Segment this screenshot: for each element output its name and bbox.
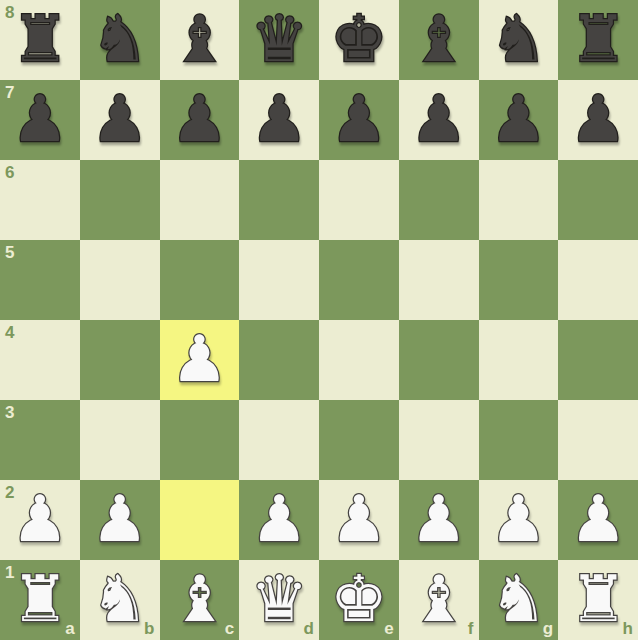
square-c4[interactable]: ♟ <box>160 320 240 400</box>
square-a7[interactable]: 7♟ <box>0 80 80 160</box>
square-d7[interactable]: ♟ <box>239 80 319 160</box>
square-d2[interactable]: ♟ <box>239 480 319 560</box>
piece-white-queen[interactable]: ♛ <box>250 567 307 631</box>
square-c2[interactable] <box>160 480 240 560</box>
square-f5[interactable] <box>399 240 479 320</box>
square-d4[interactable] <box>239 320 319 400</box>
square-d5[interactable] <box>239 240 319 320</box>
square-h6[interactable] <box>558 160 638 240</box>
square-e7[interactable]: ♟ <box>319 80 399 160</box>
square-f8[interactable]: ♝ <box>399 0 479 80</box>
square-b6[interactable] <box>80 160 160 240</box>
square-h1[interactable]: h♜ <box>558 560 638 640</box>
square-f6[interactable] <box>399 160 479 240</box>
square-g2[interactable]: ♟ <box>479 480 559 560</box>
square-c8[interactable]: ♝ <box>160 0 240 80</box>
piece-white-knight[interactable]: ♞ <box>91 567 148 631</box>
piece-white-pawn[interactable]: ♟ <box>410 487 467 551</box>
piece-black-pawn[interactable]: ♟ <box>11 87 68 151</box>
square-a1[interactable]: 1a♜ <box>0 560 80 640</box>
piece-white-rook[interactable]: ♜ <box>569 567 626 631</box>
piece-white-pawn[interactable]: ♟ <box>171 327 228 391</box>
piece-white-pawn[interactable]: ♟ <box>569 487 626 551</box>
piece-black-bishop[interactable]: ♝ <box>171 7 228 71</box>
rank-label-5: 5 <box>5 244 14 261</box>
square-a6[interactable]: 6 <box>0 160 80 240</box>
square-f4[interactable] <box>399 320 479 400</box>
piece-black-rook[interactable]: ♜ <box>11 7 68 71</box>
square-h8[interactable]: ♜ <box>558 0 638 80</box>
piece-white-bishop[interactable]: ♝ <box>171 567 228 631</box>
square-e5[interactable] <box>319 240 399 320</box>
square-e2[interactable]: ♟ <box>319 480 399 560</box>
piece-white-knight[interactable]: ♞ <box>490 567 547 631</box>
square-f1[interactable]: f♝ <box>399 560 479 640</box>
piece-white-rook[interactable]: ♜ <box>11 567 68 631</box>
piece-white-pawn[interactable]: ♟ <box>250 487 307 551</box>
square-b3[interactable] <box>80 400 160 480</box>
square-b4[interactable] <box>80 320 160 400</box>
square-h3[interactable] <box>558 400 638 480</box>
square-e3[interactable] <box>319 400 399 480</box>
piece-black-rook[interactable]: ♜ <box>569 7 626 71</box>
piece-black-knight[interactable]: ♞ <box>490 7 547 71</box>
piece-black-pawn[interactable]: ♟ <box>330 87 387 151</box>
square-d3[interactable] <box>239 400 319 480</box>
piece-black-pawn[interactable]: ♟ <box>490 87 547 151</box>
square-a8[interactable]: 8♜ <box>0 0 80 80</box>
file-label-f: f <box>468 620 474 637</box>
piece-black-pawn[interactable]: ♟ <box>410 87 467 151</box>
piece-white-pawn[interactable]: ♟ <box>490 487 547 551</box>
square-a3[interactable]: 3 <box>0 400 80 480</box>
rank-label-4: 4 <box>5 324 14 341</box>
square-e6[interactable] <box>319 160 399 240</box>
piece-black-pawn[interactable]: ♟ <box>171 87 228 151</box>
piece-white-king[interactable]: ♚ <box>330 567 387 631</box>
square-g8[interactable]: ♞ <box>479 0 559 80</box>
piece-white-pawn[interactable]: ♟ <box>11 487 68 551</box>
square-e8[interactable]: ♚ <box>319 0 399 80</box>
square-e4[interactable] <box>319 320 399 400</box>
square-d6[interactable] <box>239 160 319 240</box>
piece-black-pawn[interactable]: ♟ <box>91 87 148 151</box>
square-b2[interactable]: ♟ <box>80 480 160 560</box>
square-b5[interactable] <box>80 240 160 320</box>
square-g5[interactable] <box>479 240 559 320</box>
piece-black-knight[interactable]: ♞ <box>91 7 148 71</box>
square-h5[interactable] <box>558 240 638 320</box>
square-c3[interactable] <box>160 400 240 480</box>
square-f7[interactable]: ♟ <box>399 80 479 160</box>
square-h4[interactable] <box>558 320 638 400</box>
square-d1[interactable]: d♛ <box>239 560 319 640</box>
square-c7[interactable]: ♟ <box>160 80 240 160</box>
square-c6[interactable] <box>160 160 240 240</box>
square-g4[interactable] <box>479 320 559 400</box>
square-a5[interactable]: 5 <box>0 240 80 320</box>
square-c5[interactable] <box>160 240 240 320</box>
square-h7[interactable]: ♟ <box>558 80 638 160</box>
piece-black-pawn[interactable]: ♟ <box>250 87 307 151</box>
piece-black-pawn[interactable]: ♟ <box>569 87 626 151</box>
rank-label-3: 3 <box>5 404 14 421</box>
square-b1[interactable]: b♞ <box>80 560 160 640</box>
square-f3[interactable] <box>399 400 479 480</box>
piece-black-king[interactable]: ♚ <box>330 7 387 71</box>
rank-label-6: 6 <box>5 164 14 181</box>
square-b8[interactable]: ♞ <box>80 0 160 80</box>
square-g6[interactable] <box>479 160 559 240</box>
piece-white-bishop[interactable]: ♝ <box>410 567 467 631</box>
square-c1[interactable]: c♝ <box>160 560 240 640</box>
square-a4[interactable]: 4 <box>0 320 80 400</box>
square-h2[interactable]: ♟ <box>558 480 638 560</box>
square-g1[interactable]: g♞ <box>479 560 559 640</box>
square-a2[interactable]: 2♟ <box>0 480 80 560</box>
square-g7[interactable]: ♟ <box>479 80 559 160</box>
piece-black-bishop[interactable]: ♝ <box>410 7 467 71</box>
square-d8[interactable]: ♛ <box>239 0 319 80</box>
square-e1[interactable]: e♚ <box>319 560 399 640</box>
square-b7[interactable]: ♟ <box>80 80 160 160</box>
square-f2[interactable]: ♟ <box>399 480 479 560</box>
piece-white-pawn[interactable]: ♟ <box>330 487 387 551</box>
chess-board: 8♜♞♝♛♚♝♞♜7♟♟♟♟♟♟♟♟654♟32♟♟♟♟♟♟♟1a♜b♞c♝d♛… <box>0 0 638 640</box>
piece-black-queen[interactable]: ♛ <box>250 7 307 71</box>
piece-white-pawn[interactable]: ♟ <box>91 487 148 551</box>
square-g3[interactable] <box>479 400 559 480</box>
